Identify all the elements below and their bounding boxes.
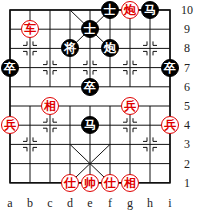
piece-red-soldier-g5[interactable]: 兵 [121,97,139,115]
rank-label-9: 9 [175,22,199,36]
file-label-i: i [163,196,177,210]
file-label-h: h [143,196,157,210]
piece-red-elephant-c5[interactable]: 相 [41,97,59,115]
piece-black-soldier-a7[interactable]: 卒 [1,59,19,77]
piece-red-elephant-g1[interactable]: 相 [121,174,139,192]
piece-red-advisor-d1[interactable]: 仕 [61,174,79,192]
rank-label-8: 8 [175,41,199,55]
file-label-e: e [83,196,97,210]
file-label-f: f [103,196,117,210]
rank-label-5: 5 [175,99,199,113]
file-label-c: c [43,196,57,210]
rank-label-1: 1 [175,176,199,190]
file-label-a: a [3,196,17,210]
file-label-b: b [23,196,37,210]
file-label-d: d [63,196,77,210]
rank-label-7: 7 [175,61,199,75]
piece-red-cannon-g10[interactable]: 炮 [121,1,139,19]
piece-black-horse-h10[interactable]: 马 [141,1,159,19]
piece-black-soldier-e6[interactable]: 卒 [81,78,99,96]
piece-black-advisor-f10[interactable]: 士 [101,1,119,19]
file-label-g: g [123,196,137,210]
piece-red-general-e1[interactable]: 帅 [81,174,99,192]
rank-label-6: 6 [175,80,199,94]
rank-label-4: 4 [175,118,199,132]
xiangqi-diagram: 士炮马车士将炮卒卒卒相兵兵马兵仕帅仕相 abcdefghi 1098765432… [0,0,201,216]
rank-label-10: 10 [175,3,199,17]
rank-label-2: 2 [175,157,199,171]
piece-red-advisor-f1[interactable]: 仕 [101,174,119,192]
rank-label-3: 3 [175,137,199,151]
